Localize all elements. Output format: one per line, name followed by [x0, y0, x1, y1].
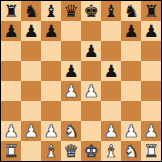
- black-king[interactable]: ♚: [83, 1, 98, 21]
- square-h3[interactable]: [141, 101, 161, 121]
- square-f4[interactable]: [101, 81, 121, 101]
- black-pawn[interactable]: ♟: [3, 21, 18, 41]
- square-e7[interactable]: [81, 21, 101, 41]
- black-bishop[interactable]: ♝: [43, 1, 58, 21]
- square-b1[interactable]: [21, 141, 41, 161]
- square-a1[interactable]: ♜: [1, 141, 21, 161]
- square-b6[interactable]: [21, 41, 41, 61]
- square-f7[interactable]: [101, 21, 121, 41]
- square-d5[interactable]: ♟: [61, 61, 81, 81]
- white-rook[interactable]: ♜: [3, 141, 18, 161]
- black-pawn[interactable]: ♟: [123, 21, 138, 41]
- square-c3[interactable]: [41, 101, 61, 121]
- white-pawn[interactable]: ♟: [3, 121, 18, 141]
- square-a7[interactable]: ♟: [1, 21, 21, 41]
- black-pawn[interactable]: ♟: [103, 61, 118, 81]
- square-h6[interactable]: [141, 41, 161, 61]
- square-f5[interactable]: ♟: [101, 61, 121, 81]
- black-knight[interactable]: ♞: [123, 1, 138, 21]
- square-h2[interactable]: ♟: [141, 121, 161, 141]
- square-a8[interactable]: ♜: [1, 1, 21, 21]
- square-c7[interactable]: ♟: [41, 21, 61, 41]
- square-g6[interactable]: [121, 41, 141, 61]
- square-a2[interactable]: ♟: [1, 121, 21, 141]
- square-g4[interactable]: [121, 81, 141, 101]
- square-b7[interactable]: ♟: [21, 21, 41, 41]
- square-b2[interactable]: ♟: [21, 121, 41, 141]
- square-h5[interactable]: [141, 61, 161, 81]
- black-pawn[interactable]: ♟: [43, 21, 58, 41]
- square-g8[interactable]: ♞: [121, 1, 141, 21]
- square-e8[interactable]: ♚: [81, 1, 101, 21]
- square-c8[interactable]: ♝: [41, 1, 61, 21]
- square-a3[interactable]: [1, 101, 21, 121]
- white-pawn[interactable]: ♟: [143, 121, 158, 141]
- square-f1[interactable]: ♝: [101, 141, 121, 161]
- white-pawn[interactable]: ♟: [103, 121, 118, 141]
- square-c6[interactable]: [41, 41, 61, 61]
- square-d1[interactable]: ♛: [61, 141, 81, 161]
- square-e3[interactable]: [81, 101, 101, 121]
- square-f3[interactable]: [101, 101, 121, 121]
- square-c2[interactable]: ♟: [41, 121, 61, 141]
- square-c1[interactable]: ♝: [41, 141, 61, 161]
- square-c4[interactable]: [41, 81, 61, 101]
- square-c5[interactable]: [41, 61, 61, 81]
- black-pawn[interactable]: ♟: [83, 41, 98, 61]
- square-b8[interactable]: ♞: [21, 1, 41, 21]
- square-b4[interactable]: [21, 81, 41, 101]
- black-bishop[interactable]: ♝: [103, 1, 118, 21]
- black-pawn[interactable]: ♟: [23, 21, 38, 41]
- square-e4[interactable]: ♟: [81, 81, 101, 101]
- square-a4[interactable]: [1, 81, 21, 101]
- square-b5[interactable]: [21, 61, 41, 81]
- black-pawn[interactable]: ♟: [143, 21, 158, 41]
- black-rook[interactable]: ♜: [3, 1, 18, 21]
- black-knight[interactable]: ♞: [23, 1, 38, 21]
- square-e6[interactable]: ♟: [81, 41, 101, 61]
- square-d6[interactable]: [61, 41, 81, 61]
- white-bishop[interactable]: ♝: [43, 141, 58, 161]
- white-rook[interactable]: ♜: [143, 141, 158, 161]
- white-pawn[interactable]: ♟: [63, 81, 78, 101]
- white-bishop[interactable]: ♝: [103, 141, 118, 161]
- white-knight[interactable]: ♞: [123, 141, 138, 161]
- square-e1[interactable]: ♚: [81, 141, 101, 161]
- square-d3[interactable]: [61, 101, 81, 121]
- square-f8[interactable]: ♝: [101, 1, 121, 21]
- black-pawn[interactable]: ♟: [63, 61, 78, 81]
- square-d8[interactable]: ♛: [61, 1, 81, 21]
- chess-board: ♜♞♝♛♚♝♞♜♟♟♟♟♟♟♟♟♟♟♟♟♟♞♟♟♟♜♝♛♚♝♞♜: [0, 0, 162, 162]
- square-g7[interactable]: ♟: [121, 21, 141, 41]
- white-pawn[interactable]: ♟: [123, 121, 138, 141]
- square-g1[interactable]: ♞: [121, 141, 141, 161]
- white-knight[interactable]: ♞: [63, 121, 78, 141]
- square-g2[interactable]: ♟: [121, 121, 141, 141]
- square-d4[interactable]: ♟: [61, 81, 81, 101]
- square-e2[interactable]: [81, 121, 101, 141]
- white-pawn[interactable]: ♟: [23, 121, 38, 141]
- black-rook[interactable]: ♜: [143, 1, 158, 21]
- square-d7[interactable]: [61, 21, 81, 41]
- square-e5[interactable]: [81, 61, 101, 81]
- square-b3[interactable]: [21, 101, 41, 121]
- square-a6[interactable]: [1, 41, 21, 61]
- black-queen[interactable]: ♛: [63, 1, 78, 21]
- square-g3[interactable]: [121, 101, 141, 121]
- square-d2[interactable]: ♞: [61, 121, 81, 141]
- white-pawn[interactable]: ♟: [83, 81, 98, 101]
- white-queen[interactable]: ♛: [63, 141, 78, 161]
- white-pawn[interactable]: ♟: [43, 121, 58, 141]
- square-f6[interactable]: [101, 41, 121, 61]
- square-h8[interactable]: ♜: [141, 1, 161, 21]
- square-h4[interactable]: [141, 81, 161, 101]
- square-a5[interactable]: [1, 61, 21, 81]
- square-f2[interactable]: ♟: [101, 121, 121, 141]
- square-g5[interactable]: [121, 61, 141, 81]
- white-king[interactable]: ♚: [83, 141, 98, 161]
- square-h7[interactable]: ♟: [141, 21, 161, 41]
- square-h1[interactable]: ♜: [141, 141, 161, 161]
